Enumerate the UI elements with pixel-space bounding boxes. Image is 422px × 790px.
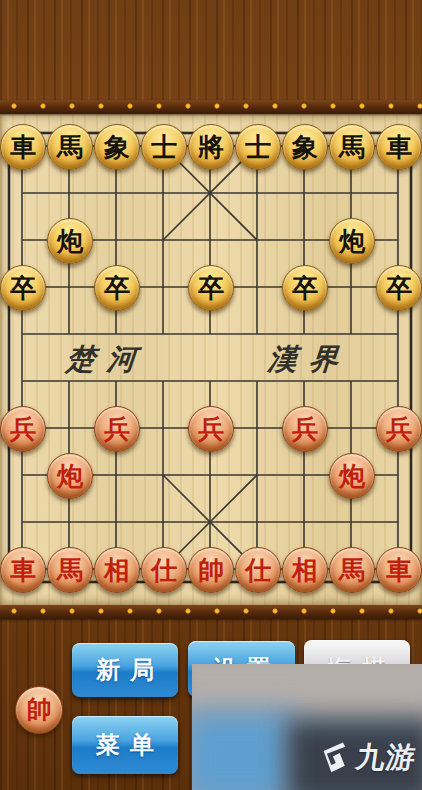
piece-black-general[interactable]: 將 <box>188 124 234 170</box>
piece-red-soldier[interactable]: 兵 <box>94 406 140 452</box>
piece-black-soldier[interactable]: 卒 <box>94 265 140 311</box>
piece-black-horse[interactable]: 馬 <box>329 124 375 170</box>
piece-red-elephant[interactable]: 相 <box>94 547 140 593</box>
piece-black-chariot[interactable]: 車 <box>0 124 46 170</box>
piece-red-cannon[interactable]: 炮 <box>329 453 375 499</box>
piece-red-advisor[interactable]: 仕 <box>141 547 187 593</box>
jiuyou-logo-icon <box>319 741 353 775</box>
piece-black-cannon[interactable]: 炮 <box>329 218 375 264</box>
xiangqi-app: 楚河 漢界 車馬象士將士象馬車炮炮卒卒卒卒卒兵兵兵兵兵炮炮車馬相仕帥仕相馬車 帥… <box>0 0 422 790</box>
stud-border-top <box>0 100 422 114</box>
piece-red-chariot[interactable]: 車 <box>376 547 422 593</box>
piece-black-soldier[interactable]: 卒 <box>0 265 46 311</box>
piece-black-horse[interactable]: 馬 <box>47 124 93 170</box>
board-grid <box>0 113 422 605</box>
piece-black-elephant[interactable]: 象 <box>94 124 140 170</box>
piece-red-cannon[interactable]: 炮 <box>47 453 93 499</box>
piece-red-elephant[interactable]: 相 <box>282 547 328 593</box>
river-label-han: 漢界 <box>266 340 351 378</box>
river-label-chu: 楚河 <box>64 340 149 378</box>
piece-black-advisor[interactable]: 士 <box>235 124 281 170</box>
piece-red-soldier[interactable]: 兵 <box>0 406 46 452</box>
piece-red-soldier[interactable]: 兵 <box>376 406 422 452</box>
piece-black-soldier[interactable]: 卒 <box>282 265 328 311</box>
piece-red-advisor[interactable]: 仕 <box>235 547 281 593</box>
piece-red-chariot[interactable]: 車 <box>0 547 46 593</box>
piece-red-soldier[interactable]: 兵 <box>282 406 328 452</box>
piece-black-advisor[interactable]: 士 <box>141 124 187 170</box>
new-game-button[interactable]: 新局 <box>72 643 178 697</box>
piece-black-elephant[interactable]: 象 <box>282 124 328 170</box>
piece-red-horse[interactable]: 馬 <box>329 547 375 593</box>
watermark-text: 九游 <box>353 738 419 778</box>
turn-indicator-red-general: 帥 <box>15 686 63 734</box>
piece-red-soldier[interactable]: 兵 <box>188 406 234 452</box>
piece-black-soldier[interactable]: 卒 <box>376 265 422 311</box>
piece-black-chariot[interactable]: 車 <box>376 124 422 170</box>
piece-red-general[interactable]: 帥 <box>188 547 234 593</box>
piece-black-soldier[interactable]: 卒 <box>188 265 234 311</box>
stud-border-bottom <box>0 605 422 619</box>
watermark: 九游 <box>319 738 416 778</box>
piece-black-cannon[interactable]: 炮 <box>47 218 93 264</box>
piece-red-horse[interactable]: 馬 <box>47 547 93 593</box>
blur-band <box>192 664 422 708</box>
menu-button[interactable]: 菜单 <box>72 716 178 774</box>
blurred-button-shape <box>192 712 296 790</box>
